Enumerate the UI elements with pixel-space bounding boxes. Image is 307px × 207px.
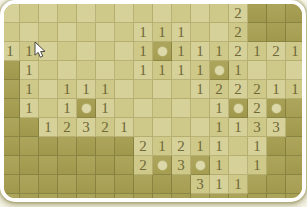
mine-count-digit: 1 xyxy=(291,79,299,98)
mine-count-digit: 1 xyxy=(101,98,109,117)
cell-r9-c10[interactable]: 3 xyxy=(191,175,210,194)
cell-r2-c6[interactable] xyxy=(115,42,134,61)
mine-marker-dot-icon xyxy=(158,161,167,170)
cell-r0-c13[interactable] xyxy=(248,4,267,23)
cell-r10-c10[interactable] xyxy=(191,194,210,202)
cell-r10-c3[interactable] xyxy=(58,194,77,202)
cell-r2-c4[interactable] xyxy=(77,42,96,61)
cell-r0-c4[interactable] xyxy=(77,4,96,23)
cell-r7-c2[interactable] xyxy=(39,137,58,156)
mine-marker-dot-icon xyxy=(196,161,205,170)
cell-r4-c14[interactable]: 1 xyxy=(267,80,286,99)
mine-count-digit: 1 xyxy=(215,117,223,136)
mine-count-digit: 3 xyxy=(177,155,185,174)
cell-r6-c3[interactable]: 2 xyxy=(58,118,77,137)
cell-r3-c3[interactable] xyxy=(58,61,77,80)
cell-r10-c9[interactable] xyxy=(172,194,191,202)
cell-r5-c6[interactable] xyxy=(115,99,134,118)
cell-r8-c14[interactable] xyxy=(267,156,286,175)
cell-r2-c0[interactable]: 1 xyxy=(1,42,20,61)
cell-r1-c8[interactable]: 1 xyxy=(153,23,172,42)
cell-r0-c10[interactable] xyxy=(191,4,210,23)
cell-r4-c12[interactable]: 2 xyxy=(229,80,248,99)
cell-r2-c10[interactable]: 1 xyxy=(191,42,210,61)
cell-r7-c11[interactable]: 1 xyxy=(210,137,229,156)
mine-count-digit: 1 xyxy=(234,117,242,136)
cell-r3-c10[interactable]: 1 xyxy=(191,61,210,80)
mine-count-digit: 2 xyxy=(139,155,147,174)
mine-count-digit: 2 xyxy=(253,98,261,117)
cell-r7-c1[interactable] xyxy=(20,137,39,156)
cell-r2-c9[interactable]: 1 xyxy=(172,42,191,61)
cell-r3-c14[interactable] xyxy=(267,61,286,80)
cell-r2-c14[interactable]: 2 xyxy=(267,42,286,61)
cell-r3-c0[interactable] xyxy=(1,61,20,80)
cell-r6-c9[interactable] xyxy=(172,118,191,137)
cell-r0-c14[interactable] xyxy=(267,4,286,23)
cell-r3-c9[interactable]: 1 xyxy=(172,61,191,80)
cell-r8-c2[interactable] xyxy=(39,156,58,175)
cell-r4-c6[interactable] xyxy=(115,80,134,99)
cell-r4-c4[interactable]: 1 xyxy=(77,80,96,99)
cell-r1-c13[interactable] xyxy=(248,23,267,42)
cell-r9-c9[interactable] xyxy=(172,175,191,194)
cell-r4-c3[interactable]: 1 xyxy=(58,80,77,99)
mine-count-digit: 1 xyxy=(177,22,185,41)
cell-r0-c5[interactable] xyxy=(96,4,115,23)
mine-count-digit: 1 xyxy=(177,41,185,60)
cell-r10-c14[interactable] xyxy=(267,194,286,202)
mine-count-digit: 1 xyxy=(139,41,147,60)
cell-r1-c1[interactable] xyxy=(20,23,39,42)
cell-r0-c15[interactable] xyxy=(286,4,305,23)
mine-marker-dot-icon xyxy=(272,104,281,113)
cell-r10-c13[interactable] xyxy=(248,194,267,202)
mine-count-digit: 1 xyxy=(215,174,223,193)
mine-marker-dot-icon xyxy=(215,66,224,75)
mine-count-digit: 1 xyxy=(196,41,204,60)
cell-r6-c5[interactable]: 2 xyxy=(96,118,115,137)
mine-count-digit: 1 xyxy=(25,41,33,60)
cell-r1-c4[interactable] xyxy=(77,23,96,42)
cell-r9-c7[interactable] xyxy=(134,175,153,194)
cell-r5-c12[interactable] xyxy=(229,99,248,118)
mine-count-digit: 1 xyxy=(25,98,33,117)
cell-r5-c4[interactable] xyxy=(77,99,96,118)
mine-count-digit: 1 xyxy=(139,22,147,41)
mine-count-digit: 1 xyxy=(215,98,223,117)
cell-r6-c0[interactable] xyxy=(1,118,20,137)
cell-r2-c3[interactable] xyxy=(58,42,77,61)
mine-count-digit: 1 xyxy=(253,155,261,174)
cell-r10-c7[interactable] xyxy=(134,194,153,202)
cell-r10-c15[interactable] xyxy=(286,194,305,202)
cell-r9-c8[interactable] xyxy=(153,175,172,194)
cell-r6-c4[interactable]: 3 xyxy=(77,118,96,137)
mine-count-digit: 3 xyxy=(196,174,204,193)
cell-r3-c4[interactable] xyxy=(77,61,96,80)
cell-r10-c5[interactable] xyxy=(96,194,115,202)
cell-r9-c14[interactable] xyxy=(267,175,286,194)
cell-r5-c0[interactable] xyxy=(1,99,20,118)
mine-count-digit: 1 xyxy=(234,174,242,193)
cell-r7-c7[interactable]: 2 xyxy=(134,137,153,156)
screenshot-stage: 2111211111121211111111111122211111121232… xyxy=(0,0,307,207)
cell-r1-c3[interactable] xyxy=(58,23,77,42)
cell-r8-c3[interactable] xyxy=(58,156,77,175)
mine-marker-dot-icon xyxy=(82,104,91,113)
cell-r8-c8[interactable] xyxy=(153,156,172,175)
cell-r6-c15[interactable] xyxy=(286,118,305,137)
cell-r8-c15[interactable] xyxy=(286,156,305,175)
cell-r7-c4[interactable] xyxy=(77,137,96,156)
mine-count-digit: 2 xyxy=(234,41,242,60)
cell-r8-c11[interactable]: 1 xyxy=(210,156,229,175)
cell-r9-c5[interactable] xyxy=(96,175,115,194)
mine-count-digit: 1 xyxy=(196,79,204,98)
mine-count-digit: 1 xyxy=(25,79,33,98)
cell-r7-c14[interactable] xyxy=(267,137,286,156)
mine-count-digit: 1 xyxy=(234,60,242,79)
mine-count-digit: 1 xyxy=(101,79,109,98)
cell-r8-c1[interactable] xyxy=(20,156,39,175)
cell-r2-c11[interactable]: 1 xyxy=(210,42,229,61)
mine-count-digit: 1 xyxy=(44,117,52,136)
cell-r5-c8[interactable] xyxy=(153,99,172,118)
cell-r3-c12[interactable]: 1 xyxy=(229,61,248,80)
cell-r5-c9[interactable] xyxy=(172,99,191,118)
mine-count-digit: 1 xyxy=(253,136,261,155)
cell-r0-c6[interactable] xyxy=(115,4,134,23)
mine-count-digit: 1 xyxy=(196,60,204,79)
cell-r6-c12[interactable]: 1 xyxy=(229,118,248,137)
cell-r10-c4[interactable] xyxy=(77,194,96,202)
mine-count-digit: 2 xyxy=(234,22,242,41)
cell-r2-c2[interactable] xyxy=(39,42,58,61)
cell-r0-c2[interactable] xyxy=(39,4,58,23)
cell-r9-c6[interactable] xyxy=(115,175,134,194)
cell-r6-c2[interactable]: 1 xyxy=(39,118,58,137)
cell-r6-c13[interactable]: 3 xyxy=(248,118,267,137)
cell-r0-c7[interactable] xyxy=(134,4,153,23)
cell-r7-c5[interactable] xyxy=(96,137,115,156)
cell-r1-c10[interactable] xyxy=(191,23,210,42)
cell-r2-c8[interactable] xyxy=(153,42,172,61)
cell-r1-c6[interactable] xyxy=(115,23,134,42)
cell-r9-c3[interactable] xyxy=(58,175,77,194)
cell-r0-c1[interactable] xyxy=(20,4,39,23)
mine-count-digit: 1 xyxy=(63,98,71,117)
cell-r1-c9[interactable]: 1 xyxy=(172,23,191,42)
cell-r4-c1[interactable]: 1 xyxy=(20,80,39,99)
cell-r1-c15[interactable] xyxy=(286,23,305,42)
cell-r10-c1[interactable] xyxy=(20,194,39,202)
mine-count-digit: 2 xyxy=(234,79,242,98)
mine-count-digit: 1 xyxy=(215,155,223,174)
cell-r7-c3[interactable] xyxy=(58,137,77,156)
cell-r8-c10[interactable] xyxy=(191,156,210,175)
cell-r1-c12[interactable]: 2 xyxy=(229,23,248,42)
mine-count-digit: 1 xyxy=(158,22,166,41)
cell-r3-c11[interactable] xyxy=(210,61,229,80)
cell-r10-c2[interactable] xyxy=(39,194,58,202)
cell-r7-c6[interactable] xyxy=(115,137,134,156)
mine-count-digit: 3 xyxy=(272,117,280,136)
cell-r7-c12[interactable] xyxy=(229,137,248,156)
cell-r3-c15[interactable] xyxy=(286,61,305,80)
cell-r6-c11[interactable]: 1 xyxy=(210,118,229,137)
mine-count-digit: 1 xyxy=(158,60,166,79)
cell-r8-c13[interactable]: 1 xyxy=(248,156,267,175)
cell-r5-c5[interactable]: 1 xyxy=(96,99,115,118)
mine-count-digit: 3 xyxy=(253,117,261,136)
cell-r6-c1[interactable] xyxy=(20,118,39,137)
mine-count-digit: 1 xyxy=(120,117,128,136)
cell-r7-c13[interactable]: 1 xyxy=(248,137,267,156)
cell-r9-c1[interactable] xyxy=(20,175,39,194)
cell-r10-c11[interactable] xyxy=(210,194,229,202)
cell-r2-c12[interactable]: 2 xyxy=(229,42,248,61)
mine-count-digit: 2 xyxy=(234,3,242,22)
cell-r2-c15[interactable]: 1 xyxy=(286,42,305,61)
mine-count-digit: 1 xyxy=(158,136,166,155)
cell-r8-c0[interactable] xyxy=(1,156,20,175)
cell-r6-c14[interactable]: 3 xyxy=(267,118,286,137)
cell-r8-c9[interactable]: 3 xyxy=(172,156,191,175)
cell-r0-c3[interactable] xyxy=(58,4,77,23)
cell-r4-c13[interactable]: 2 xyxy=(248,80,267,99)
cell-r7-c8[interactable]: 1 xyxy=(153,137,172,156)
cell-r9-c0[interactable] xyxy=(1,175,20,194)
mine-count-digit: 1 xyxy=(215,41,223,60)
cell-r1-c5[interactable] xyxy=(96,23,115,42)
cell-r10-c0[interactable] xyxy=(1,194,20,202)
cell-r5-c11[interactable]: 1 xyxy=(210,99,229,118)
cell-r1-c0[interactable] xyxy=(1,23,20,42)
cell-r8-c6[interactable] xyxy=(115,156,134,175)
cell-r3-c1[interactable]: 1 xyxy=(20,61,39,80)
cell-r3-c6[interactable] xyxy=(115,61,134,80)
mine-count-digit: 1 xyxy=(196,136,204,155)
cell-r6-c6[interactable]: 1 xyxy=(115,118,134,137)
cell-r5-c14[interactable] xyxy=(267,99,286,118)
cell-r9-c11[interactable]: 1 xyxy=(210,175,229,194)
cell-r3-c5[interactable] xyxy=(96,61,115,80)
mine-count-digit: 1 xyxy=(63,79,71,98)
cell-r2-c5[interactable] xyxy=(96,42,115,61)
mine-count-digit: 2 xyxy=(272,41,280,60)
cell-r9-c13[interactable] xyxy=(248,175,267,194)
cell-r8-c7[interactable]: 2 xyxy=(134,156,153,175)
cell-r5-c13[interactable]: 2 xyxy=(248,99,267,118)
cell-r0-c9[interactable] xyxy=(172,4,191,23)
cell-r10-c6[interactable] xyxy=(115,194,134,202)
cell-r6-c10[interactable] xyxy=(191,118,210,137)
mine-count-digit: 1 xyxy=(82,79,90,98)
cell-r3-c2[interactable] xyxy=(39,61,58,80)
cell-r0-c0[interactable] xyxy=(1,4,20,23)
cell-r7-c0[interactable] xyxy=(1,137,20,156)
cell-r1-c14[interactable] xyxy=(267,23,286,42)
cell-r8-c12[interactable] xyxy=(229,156,248,175)
cell-r4-c7[interactable] xyxy=(134,80,153,99)
cell-r5-c10[interactable] xyxy=(191,99,210,118)
mine-count-digit: 2 xyxy=(253,79,261,98)
cell-r6-c7[interactable] xyxy=(134,118,153,137)
mine-count-digit: 2 xyxy=(139,136,147,155)
cell-r1-c7[interactable]: 1 xyxy=(134,23,153,42)
cell-r4-c0[interactable] xyxy=(1,80,20,99)
cell-r2-c1[interactable]: 1 xyxy=(20,42,39,61)
cell-r4-c15[interactable]: 1 xyxy=(286,80,305,99)
cell-r4-c2[interactable] xyxy=(39,80,58,99)
cell-r5-c3[interactable]: 1 xyxy=(58,99,77,118)
cell-r3-c13[interactable] xyxy=(248,61,267,80)
mine-count-digit: 2 xyxy=(101,117,109,136)
mine-marker-dot-icon xyxy=(234,104,243,113)
mine-count-digit: 2 xyxy=(215,79,223,98)
cell-r3-c8[interactable]: 1 xyxy=(153,61,172,80)
mine-count-digit: 1 xyxy=(272,79,280,98)
mine-count-digit: 1 xyxy=(6,41,14,60)
mine-count-digit: 1 xyxy=(291,41,299,60)
cell-r9-c2[interactable] xyxy=(39,175,58,194)
cell-r5-c15[interactable] xyxy=(286,99,305,118)
cell-r2-c13[interactable]: 1 xyxy=(248,42,267,61)
mine-count-digit: 2 xyxy=(63,117,71,136)
cell-r1-c2[interactable] xyxy=(39,23,58,42)
cell-r7-c15[interactable] xyxy=(286,137,305,156)
cell-r9-c4[interactable] xyxy=(77,175,96,194)
mine-marker-dot-icon xyxy=(158,47,167,56)
cell-r5-c1[interactable]: 1 xyxy=(20,99,39,118)
cell-r4-c11[interactable]: 2 xyxy=(210,80,229,99)
mine-count-digit: 1 xyxy=(215,136,223,155)
cell-r0-c12[interactable]: 2 xyxy=(229,4,248,23)
mine-count-digit: 3 xyxy=(82,117,90,136)
mine-count-digit: 1 xyxy=(25,60,33,79)
cell-r1-c11[interactable] xyxy=(210,23,229,42)
minesweeper-board: 2111211111121211111111111122211111121232… xyxy=(1,4,305,202)
cell-r8-c4[interactable] xyxy=(77,156,96,175)
cell-r4-c9[interactable] xyxy=(172,80,191,99)
cell-r5-c7[interactable] xyxy=(134,99,153,118)
cell-r4-c8[interactable] xyxy=(153,80,172,99)
cell-r10-c8[interactable] xyxy=(153,194,172,202)
mine-count-digit: 2 xyxy=(177,136,185,155)
cell-r4-c5[interactable]: 1 xyxy=(96,80,115,99)
mine-count-digit: 1 xyxy=(139,60,147,79)
mine-count-digit: 1 xyxy=(177,60,185,79)
cell-r9-c12[interactable]: 1 xyxy=(229,175,248,194)
cell-r0-c8[interactable] xyxy=(153,4,172,23)
cell-r4-c10[interactable]: 1 xyxy=(191,80,210,99)
cell-r10-c12[interactable] xyxy=(229,194,248,202)
cell-r3-c7[interactable]: 1 xyxy=(134,61,153,80)
cell-r9-c15[interactable] xyxy=(286,175,305,194)
mine-count-digit: 1 xyxy=(253,41,261,60)
cell-r7-c10[interactable]: 1 xyxy=(191,137,210,156)
cell-r5-c2[interactable] xyxy=(39,99,58,118)
cell-r8-c5[interactable] xyxy=(96,156,115,175)
cell-r2-c7[interactable]: 1 xyxy=(134,42,153,61)
cell-r6-c8[interactable] xyxy=(153,118,172,137)
cell-r0-c11[interactable] xyxy=(210,4,229,23)
cell-r7-c9[interactable]: 2 xyxy=(172,137,191,156)
minesweeper-window: 2111211111121211111111111122211111121232… xyxy=(0,0,306,202)
